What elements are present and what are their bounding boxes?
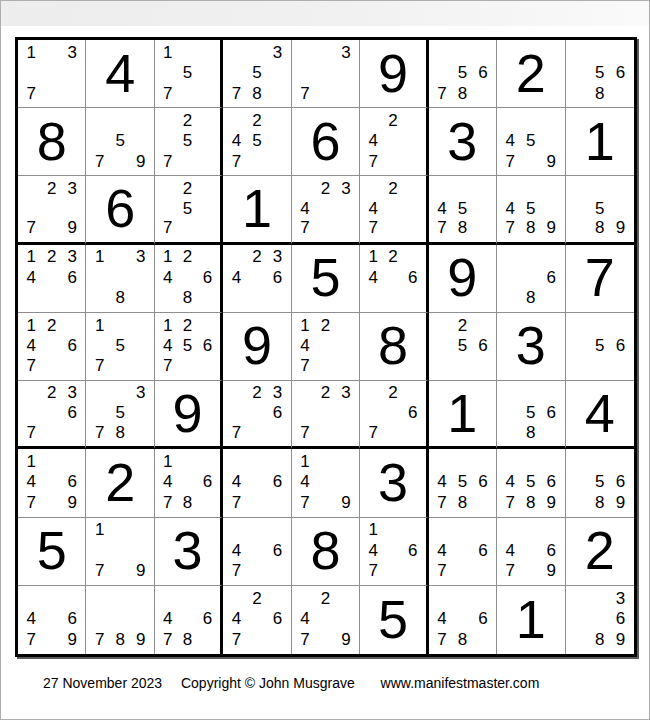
pencil-mark-1: 1 xyxy=(363,520,383,540)
pencil-mark-slot xyxy=(110,247,130,267)
pencil-mark-slot xyxy=(403,247,423,267)
pencil-mark-slot xyxy=(110,383,130,403)
cell-r3c4[interactable]: 1 xyxy=(223,176,291,244)
pencil-mark-slot xyxy=(336,423,356,443)
cell-r3c8[interactable]: 45789 xyxy=(497,176,565,244)
pencil-mark-6: 6 xyxy=(62,267,82,287)
cell-r5c6[interactable]: 8 xyxy=(360,313,428,381)
cell-r7c9[interactable]: 5689 xyxy=(566,449,634,517)
pencil-mark-slot xyxy=(130,520,150,540)
pencil-mark-slot xyxy=(315,423,335,443)
pencil-mark-slot xyxy=(21,287,41,307)
pencil-mark-1: 1 xyxy=(158,247,178,267)
pencil-mark-slot xyxy=(541,178,561,198)
cell-r4c3[interactable]: 12468 xyxy=(155,245,223,313)
pencil-mark-slot xyxy=(383,267,403,287)
pencil-mark-3: 3 xyxy=(610,588,631,609)
pencil-mark-slot xyxy=(178,588,198,609)
pencil-mark-slot xyxy=(541,383,561,403)
pencil-mark-slot xyxy=(247,629,267,650)
pencil-mark-8: 8 xyxy=(521,287,541,307)
cell-r3c9[interactable]: 589 xyxy=(566,176,634,244)
pencil-mark-5: 5 xyxy=(589,472,610,492)
pencil-mark-slot xyxy=(452,178,472,198)
cell-r9c2[interactable]: 789 xyxy=(86,586,154,654)
cell-r7c4[interactable]: 467 xyxy=(223,449,291,517)
pencil-mark-7: 7 xyxy=(89,356,109,376)
cell-r5c3[interactable]: 124567 xyxy=(155,313,223,381)
cell-r1c2[interactable]: 4 xyxy=(86,40,154,108)
cell-r4c8[interactable]: 68 xyxy=(497,245,565,313)
pencil-mark-slot xyxy=(500,383,520,403)
pencil-mark-slot xyxy=(315,62,335,82)
cell-r2c8[interactable]: 4579 xyxy=(497,108,565,176)
pencil-mark-7: 7 xyxy=(295,492,315,512)
pencil-mark-7: 7 xyxy=(158,356,178,376)
pencil-mark-slot xyxy=(363,178,383,198)
pencil-mark-slot xyxy=(89,383,109,403)
pencil-mark-slot xyxy=(130,356,150,376)
cell-r4c9[interactable]: 7 xyxy=(566,245,634,313)
pencil-mark-slot xyxy=(500,287,520,307)
pencil-mark-slot xyxy=(589,42,610,62)
pencil-marks: 1246 xyxy=(363,247,422,308)
cell-r9c6[interactable]: 5 xyxy=(360,586,428,654)
pencil-mark-9: 9 xyxy=(130,560,150,580)
cell-r7c2[interactable]: 2 xyxy=(86,449,154,517)
pencil-marks: 56 xyxy=(569,315,631,376)
pencil-mark-4: 4 xyxy=(432,472,452,492)
cell-r8c4[interactable]: 467 xyxy=(223,518,291,586)
pencil-mark-7: 7 xyxy=(226,560,246,580)
pencil-mark-slot xyxy=(569,472,590,492)
pencil-marks: 1247 xyxy=(295,315,356,376)
pencil-mark-8: 8 xyxy=(247,83,267,103)
pencil-mark-slot xyxy=(198,218,218,238)
pencil-mark-5: 5 xyxy=(521,131,541,151)
pencil-mark-2: 2 xyxy=(41,178,61,198)
pencil-mark-1: 1 xyxy=(21,315,41,335)
cell-r8c8[interactable]: 4679 xyxy=(497,518,565,586)
cell-r1c3[interactable]: 157 xyxy=(155,40,223,108)
cell-r5c9[interactable]: 56 xyxy=(566,313,634,381)
pencil-mark-5: 5 xyxy=(452,62,472,82)
pencil-mark-slot xyxy=(158,62,178,82)
pencil-mark-slot xyxy=(521,383,541,403)
pencil-mark-5: 5 xyxy=(589,198,610,218)
given-digit: 1 xyxy=(242,181,272,235)
pencil-mark-slot xyxy=(41,356,61,376)
pencil-mark-slot xyxy=(432,335,452,355)
cell-r1c9[interactable]: 568 xyxy=(566,40,634,108)
cell-r6c1[interactable]: 2367 xyxy=(18,381,86,449)
pencil-mark-slot xyxy=(295,403,315,423)
cell-r4c4[interactable]: 2346 xyxy=(223,245,291,313)
pencil-mark-2: 2 xyxy=(383,178,403,198)
pencil-mark-slot xyxy=(110,151,130,171)
pencil-marks: 568 xyxy=(500,383,561,442)
cell-r1c4[interactable]: 3578 xyxy=(223,40,291,108)
pencil-marks: 5678 xyxy=(432,42,493,103)
pencil-mark-slot xyxy=(89,609,109,630)
pencil-mark-slot xyxy=(89,131,109,151)
pencil-mark-slot xyxy=(500,110,520,130)
pencil-mark-slot xyxy=(178,451,198,471)
cell-r9c8[interactable]: 1 xyxy=(497,586,565,654)
pencil-marks: 3689 xyxy=(569,588,631,650)
pencil-mark-slot xyxy=(295,42,315,62)
pencil-marks: 12346 xyxy=(21,247,82,308)
pencil-mark-8: 8 xyxy=(452,629,472,650)
pencil-mark-slot xyxy=(589,178,610,198)
pencil-mark-slot xyxy=(473,588,493,609)
footer-website: www.manifestmaster.com xyxy=(381,675,540,691)
cell-r2c7[interactable]: 3 xyxy=(429,108,497,176)
pencil-mark-4: 4 xyxy=(432,609,452,630)
pencil-mark-8: 8 xyxy=(589,218,610,238)
pencil-mark-6: 6 xyxy=(403,267,423,287)
pencil-marks: 157 xyxy=(89,315,150,376)
pencil-marks: 4578 xyxy=(432,178,493,237)
pencil-mark-7: 7 xyxy=(432,218,452,238)
pencil-mark-slot xyxy=(178,267,198,287)
pencil-mark-6: 6 xyxy=(198,335,218,355)
pencil-mark-slot xyxy=(569,178,590,198)
pencil-mark-slot xyxy=(315,83,335,103)
pencil-mark-3: 3 xyxy=(62,178,82,198)
pencil-marks: 157 xyxy=(158,42,217,103)
pencil-marks: 45789 xyxy=(500,178,561,237)
cell-r8c7[interactable]: 467 xyxy=(429,518,497,586)
pencil-mark-slot xyxy=(403,218,423,238)
cell-r6c7[interactable]: 1 xyxy=(429,381,497,449)
cell-r8c2[interactable]: 179 xyxy=(86,518,154,586)
pencil-mark-slot xyxy=(403,131,423,151)
pencil-mark-3: 3 xyxy=(130,247,150,267)
pencil-mark-9: 9 xyxy=(130,629,150,650)
pencil-mark-slot xyxy=(267,62,287,82)
cell-r3c3[interactable]: 257 xyxy=(155,176,223,244)
pencil-mark-slot xyxy=(62,588,82,609)
given-digit: 3 xyxy=(378,455,408,509)
pencil-mark-slot xyxy=(315,629,335,650)
pencil-mark-slot xyxy=(383,520,403,540)
pencil-marks: 12468 xyxy=(158,247,217,308)
pencil-mark-5: 5 xyxy=(589,62,610,82)
pencil-mark-2: 2 xyxy=(178,178,198,198)
pencil-mark-slot xyxy=(589,315,610,335)
cell-r4c1[interactable]: 12346 xyxy=(18,245,86,313)
pencil-mark-slot xyxy=(569,629,590,650)
pencil-mark-slot xyxy=(267,629,287,650)
pencil-mark-2: 2 xyxy=(247,110,267,130)
pencil-mark-7: 7 xyxy=(432,560,452,580)
cell-r9c7[interactable]: 4678 xyxy=(429,586,497,654)
pencil-mark-4: 4 xyxy=(500,540,520,560)
cell-r2c2[interactable]: 579 xyxy=(86,108,154,176)
pencil-mark-slot xyxy=(452,356,472,376)
cell-r1c5[interactable]: 37 xyxy=(292,40,360,108)
cell-r2c5[interactable]: 6 xyxy=(292,108,360,176)
pencil-mark-5: 5 xyxy=(452,198,472,218)
cell-r1c8[interactable]: 2 xyxy=(497,40,565,108)
pencil-mark-slot xyxy=(21,403,41,423)
pencil-mark-slot xyxy=(130,110,150,130)
pencil-mark-slot xyxy=(541,451,561,471)
pencil-mark-slot xyxy=(226,42,246,62)
pencil-mark-3: 3 xyxy=(267,42,287,62)
pencil-mark-7: 7 xyxy=(295,629,315,650)
pencil-mark-9: 9 xyxy=(62,492,82,512)
pencil-mark-slot xyxy=(247,560,267,580)
pencil-mark-slot xyxy=(110,560,130,580)
cell-r4c5[interactable]: 5 xyxy=(292,245,360,313)
pencil-marks: 1479 xyxy=(295,451,356,512)
pencil-mark-1: 1 xyxy=(21,451,41,471)
cell-r3c5[interactable]: 2347 xyxy=(292,176,360,244)
pencil-mark-slot xyxy=(521,520,541,540)
cell-r1c6[interactable]: 9 xyxy=(360,40,428,108)
cell-r1c1[interactable]: 137 xyxy=(18,40,86,108)
pencil-mark-slot xyxy=(41,62,61,82)
pencil-mark-slot xyxy=(178,151,198,171)
pencil-mark-3: 3 xyxy=(336,383,356,403)
cell-r8c1[interactable]: 5 xyxy=(18,518,86,586)
cell-r2c9[interactable]: 1 xyxy=(566,108,634,176)
pencil-mark-slot xyxy=(89,335,109,355)
pencil-mark-3: 3 xyxy=(62,247,82,267)
pencil-mark-slot xyxy=(473,178,493,198)
cell-r7c8[interactable]: 456789 xyxy=(497,449,565,517)
pencil-mark-2: 2 xyxy=(452,315,472,335)
pencil-marks: 1467 xyxy=(363,520,422,581)
cell-r2c6[interactable]: 247 xyxy=(360,108,428,176)
pencil-mark-4: 4 xyxy=(21,472,41,492)
pencil-mark-slot xyxy=(198,178,218,198)
pencil-mark-slot xyxy=(521,151,541,171)
pencil-mark-slot xyxy=(267,451,287,471)
pencil-mark-slot xyxy=(41,629,61,650)
pencil-mark-slot xyxy=(178,609,198,630)
pencil-mark-slot xyxy=(198,492,218,512)
given-digit: 6 xyxy=(105,181,135,235)
given-digit: 3 xyxy=(173,523,203,577)
pencil-mark-4: 4 xyxy=(226,267,246,287)
cell-r1c7[interactable]: 5678 xyxy=(429,40,497,108)
pencil-mark-slot xyxy=(383,198,403,218)
cell-r3c6[interactable]: 247 xyxy=(360,176,428,244)
pencil-mark-1: 1 xyxy=(21,42,41,62)
cell-r4c7[interactable]: 9 xyxy=(429,245,497,313)
cell-r2c3[interactable]: 257 xyxy=(155,108,223,176)
cell-r6c5[interactable]: 237 xyxy=(292,381,360,449)
pencil-mark-slot xyxy=(383,423,403,443)
pencil-mark-slot xyxy=(21,178,41,198)
pencil-mark-1: 1 xyxy=(89,520,109,540)
pencil-mark-slot xyxy=(247,451,267,471)
pencil-mark-slot xyxy=(521,247,541,267)
pencil-mark-9: 9 xyxy=(541,151,561,171)
pencil-mark-7: 7 xyxy=(89,560,109,580)
cell-r5c1[interactable]: 12467 xyxy=(18,313,86,381)
pencil-mark-7: 7 xyxy=(295,218,315,238)
pencil-marks: 4678 xyxy=(158,588,217,650)
pencil-mark-5: 5 xyxy=(178,62,198,82)
pencil-mark-slot xyxy=(569,218,590,238)
pencil-mark-slot xyxy=(226,520,246,540)
cell-r9c5[interactable]: 2479 xyxy=(292,586,360,654)
pencil-mark-3: 3 xyxy=(267,383,287,403)
pencil-mark-7: 7 xyxy=(226,151,246,171)
cell-r2c4[interactable]: 2457 xyxy=(223,108,291,176)
pencil-mark-slot xyxy=(226,403,246,423)
cell-r9c9[interactable]: 3689 xyxy=(566,586,634,654)
pencil-mark-slot xyxy=(541,131,561,151)
pencil-mark-slot xyxy=(295,62,315,82)
pencil-mark-6: 6 xyxy=(473,540,493,560)
pencil-mark-slot xyxy=(198,83,218,103)
pencil-mark-9: 9 xyxy=(336,492,356,512)
pencil-marks: 179 xyxy=(89,520,150,581)
cell-r5c5[interactable]: 1247 xyxy=(292,313,360,381)
given-digit: 3 xyxy=(447,114,477,168)
pencil-mark-slot xyxy=(267,423,287,443)
cell-r4c6[interactable]: 1246 xyxy=(360,245,428,313)
pencil-mark-2: 2 xyxy=(383,247,403,267)
pencil-mark-7: 7 xyxy=(500,151,520,171)
pencil-mark-3: 3 xyxy=(267,247,287,267)
cell-r7c5[interactable]: 1479 xyxy=(292,449,360,517)
given-digit: 5 xyxy=(378,592,408,646)
pencil-mark-slot xyxy=(198,451,218,471)
cell-r5c2[interactable]: 157 xyxy=(86,313,154,381)
cell-r3c1[interactable]: 2379 xyxy=(18,176,86,244)
pencil-mark-6: 6 xyxy=(403,403,423,423)
pencil-mark-slot xyxy=(267,492,287,512)
pencil-mark-9: 9 xyxy=(541,492,561,512)
cell-r8c9[interactable]: 2 xyxy=(566,518,634,586)
pencil-mark-slot xyxy=(110,588,130,609)
pencil-mark-slot xyxy=(267,131,287,151)
pencil-mark-8: 8 xyxy=(521,423,541,443)
pencil-mark-slot xyxy=(41,472,61,492)
footer-copyright: Copyright © John Musgrave xyxy=(181,675,355,691)
given-digit: 4 xyxy=(105,46,135,100)
pencil-mark-slot xyxy=(541,247,561,267)
pencil-mark-6: 6 xyxy=(62,609,82,630)
cell-r6c4[interactable]: 2367 xyxy=(223,381,291,449)
pencil-mark-2: 2 xyxy=(41,315,61,335)
pencil-mark-slot xyxy=(247,472,267,492)
pencil-mark-slot xyxy=(130,588,150,609)
pencil-mark-5: 5 xyxy=(178,198,198,218)
cell-r5c4[interactable]: 9 xyxy=(223,313,291,381)
pencil-mark-slot xyxy=(226,451,246,471)
cell-r4c2[interactable]: 138 xyxy=(86,245,154,313)
cell-r7c1[interactable]: 14679 xyxy=(18,449,86,517)
pencil-mark-9: 9 xyxy=(130,151,150,171)
pencil-mark-2: 2 xyxy=(178,110,198,130)
pencil-mark-2: 2 xyxy=(41,247,61,267)
pencil-mark-4: 4 xyxy=(500,198,520,218)
cell-r6c6[interactable]: 267 xyxy=(360,381,428,449)
pencil-mark-5: 5 xyxy=(452,472,472,492)
cell-r7c6[interactable]: 3 xyxy=(360,449,428,517)
pencil-mark-5: 5 xyxy=(247,131,267,151)
pencil-mark-8: 8 xyxy=(178,287,198,307)
pencil-mark-8: 8 xyxy=(589,83,610,103)
pencil-mark-6: 6 xyxy=(267,609,287,630)
pencil-mark-7: 7 xyxy=(432,83,452,103)
pencil-mark-6: 6 xyxy=(473,609,493,630)
pencil-mark-slot xyxy=(500,403,520,423)
cell-r3c7[interactable]: 4578 xyxy=(429,176,497,244)
pencil-marks: 467 xyxy=(432,520,493,581)
cell-r5c7[interactable]: 256 xyxy=(429,313,497,381)
pencil-mark-3: 3 xyxy=(336,178,356,198)
pencil-mark-slot xyxy=(383,218,403,238)
cell-r9c1[interactable]: 4679 xyxy=(18,586,86,654)
pencil-mark-slot xyxy=(198,356,218,376)
pencil-mark-1: 1 xyxy=(89,247,109,267)
pencil-marks: 2379 xyxy=(21,178,82,237)
pencil-mark-slot xyxy=(198,247,218,267)
pencil-mark-slot xyxy=(89,588,109,609)
cell-r5c8[interactable]: 3 xyxy=(497,313,565,381)
cell-r8c6[interactable]: 1467 xyxy=(360,518,428,586)
pencil-mark-9: 9 xyxy=(62,629,82,650)
cell-r8c5[interactable]: 8 xyxy=(292,518,360,586)
pencil-mark-slot xyxy=(432,356,452,376)
pencil-mark-slot xyxy=(383,131,403,151)
cell-r9c4[interactable]: 2467 xyxy=(223,586,291,654)
cell-r6c8[interactable]: 568 xyxy=(497,381,565,449)
pencil-mark-slot xyxy=(432,451,452,471)
cell-r7c7[interactable]: 45678 xyxy=(429,449,497,517)
pencil-mark-8: 8 xyxy=(178,492,198,512)
pencil-mark-7: 7 xyxy=(363,423,383,443)
cell-r6c9[interactable]: 4 xyxy=(566,381,634,449)
pencil-mark-8: 8 xyxy=(110,423,130,443)
pencil-mark-slot xyxy=(473,492,493,512)
pencil-mark-slot xyxy=(198,151,218,171)
pencil-mark-slot xyxy=(41,287,61,307)
pencil-mark-slot xyxy=(336,83,356,103)
pencil-mark-8: 8 xyxy=(110,629,130,650)
pencil-mark-6: 6 xyxy=(267,540,287,560)
cell-r2c1[interactable]: 8 xyxy=(18,108,86,176)
cell-r6c2[interactable]: 3578 xyxy=(86,381,154,449)
cell-r8c3[interactable]: 3 xyxy=(155,518,223,586)
pencil-mark-slot xyxy=(247,151,267,171)
cell-r9c3[interactable]: 4678 xyxy=(155,586,223,654)
pencil-mark-7: 7 xyxy=(363,560,383,580)
cell-r7c3[interactable]: 14678 xyxy=(155,449,223,517)
pencil-mark-slot xyxy=(89,110,109,130)
pencil-mark-slot xyxy=(610,178,631,198)
cell-r3c2[interactable]: 6 xyxy=(86,176,154,244)
pencil-mark-slot xyxy=(130,131,150,151)
pencil-mark-4: 4 xyxy=(226,609,246,630)
pencil-mark-slot xyxy=(569,315,590,335)
pencil-mark-slot xyxy=(130,267,150,287)
pencil-marks: 14679 xyxy=(21,451,82,512)
given-digit: 5 xyxy=(310,250,340,304)
pencil-marks: 138 xyxy=(89,247,150,308)
given-digit: 1 xyxy=(447,386,477,440)
pencil-marks: 4579 xyxy=(500,110,561,171)
cell-r6c3[interactable]: 9 xyxy=(155,381,223,449)
